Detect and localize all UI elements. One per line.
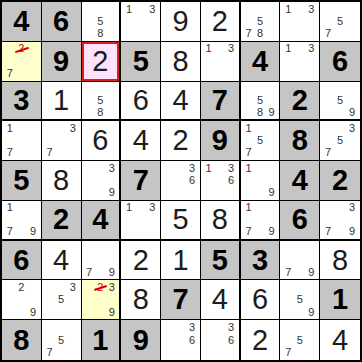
cell-r6c2[interactable]: 2 [42, 201, 82, 241]
empty-candidate-slot [135, 226, 147, 238]
empty-candidate-slot [322, 83, 334, 95]
cell-r9c9[interactable]: 4 [320, 320, 360, 360]
cell-r8c3[interactable]: 239 [82, 280, 122, 320]
cell-r3c9[interactable]: 59 [320, 82, 360, 122]
cell-r2c5[interactable]: 8 [161, 42, 201, 82]
solved-digit: 2 [172, 126, 188, 155]
empty-candidate-slot [203, 346, 214, 359]
empty-candidate-slot [334, 3, 346, 15]
empty-candidate-slot [322, 135, 334, 147]
empty-candidate-slot [123, 15, 135, 27]
cell-r2c1[interactable]: 27 [2, 42, 42, 82]
cell-r7c2[interactable]: 4 [42, 241, 82, 281]
empty-candidate-slot [243, 106, 255, 118]
empty-candidate-slot [95, 242, 106, 254]
empty-candidate-slot [346, 94, 358, 106]
empty-candidate-slot [294, 55, 306, 67]
empty-candidate-slot [16, 214, 28, 226]
empty-candidate-slot [282, 281, 294, 293]
candidate-1: 1 [243, 122, 255, 134]
cell-r8c4[interactable]: 8 [121, 280, 161, 320]
candidate-1: 1 [4, 122, 16, 134]
empty-candidate-slot [203, 334, 214, 347]
given-digit: 8 [292, 126, 308, 155]
empty-candidate-slot [4, 281, 16, 293]
empty-candidate-slot [135, 3, 147, 15]
cell-r4c3[interactable]: 6 [82, 121, 122, 161]
empty-candidate-slot [294, 28, 306, 40]
empty-candidate-slot [203, 67, 214, 79]
given-digit: 2 [332, 166, 348, 195]
cell-r7c6[interactable]: 5 [201, 241, 241, 281]
empty-candidate-slot [203, 187, 214, 199]
cell-r9c7[interactable]: 2 [241, 320, 281, 360]
candidate-5: 5 [254, 15, 266, 27]
empty-candidate-slot [294, 266, 306, 278]
empty-candidate-slot [4, 306, 16, 318]
cell-r4c4[interactable]: 4 [121, 121, 161, 161]
cell-r7c4[interactable]: 2 [121, 241, 161, 281]
empty-candidate-slot [266, 15, 278, 27]
given-digit: 2 [292, 86, 308, 115]
candidate-7: 7 [322, 28, 334, 40]
cell-r9c8[interactable]: 57 [280, 320, 320, 360]
candidate-1: 1 [282, 43, 294, 55]
cell-r3c2[interactable]: 1 [42, 82, 82, 122]
empty-candidate-slot [55, 346, 67, 359]
cell-r7c5[interactable]: 1 [161, 241, 201, 281]
empty-candidate-slot [27, 281, 39, 293]
cell-r6c4[interactable]: 13 [121, 201, 161, 241]
empty-candidate-slot [84, 94, 95, 106]
cell-r3c7[interactable]: 589 [241, 82, 281, 122]
empty-candidate-slot [334, 214, 346, 226]
empty-candidate-slot [294, 3, 306, 15]
empty-candidate-slot [322, 94, 334, 106]
empty-candidate-slot [282, 254, 294, 266]
candidate-3: 3 [67, 281, 79, 293]
empty-candidate-slot [306, 254, 318, 266]
candidate-3: 3 [306, 43, 318, 55]
given-digit: 7 [212, 86, 228, 115]
candidate-5: 5 [95, 94, 106, 106]
empty-candidate-slot [306, 15, 318, 27]
cell-r7c3[interactable]: 79 [82, 241, 122, 281]
empty-candidate-slot [4, 135, 16, 147]
empty-candidate-slot [27, 147, 39, 159]
empty-candidate-slot [95, 187, 106, 199]
empty-candidate-slot [334, 202, 346, 214]
candidate-6: 6 [186, 174, 198, 186]
empty-candidate-slot [67, 334, 79, 347]
empty-candidate-slot [4, 214, 16, 226]
empty-candidate-slot [16, 306, 28, 318]
empty-candidate-slot [44, 321, 56, 334]
cell-r3c1[interactable]: 3 [2, 82, 42, 122]
empty-candidate-slot [282, 306, 294, 318]
empty-candidate-slot [214, 334, 225, 347]
candidate-9: 9 [106, 266, 117, 278]
empty-candidate-slot [4, 43, 16, 55]
candidate-7: 7 [4, 147, 16, 159]
cell-r5c5[interactable]: 36 [161, 161, 201, 201]
candidate-7: 7 [243, 28, 255, 40]
cell-r1c1[interactable]: 4 [2, 2, 42, 42]
empty-candidate-slot [67, 294, 79, 306]
empty-candidate-slot [106, 242, 117, 254]
candidate-9: 9 [266, 226, 278, 238]
candidate-5: 5 [254, 94, 266, 106]
candidate-3: 3 [186, 321, 198, 334]
solved-digit: 4 [133, 126, 149, 155]
pencil-marks: 357 [320, 121, 360, 160]
cell-r2c8[interactable]: 13 [280, 42, 320, 82]
cell-r2c4[interactable]: 5 [121, 42, 161, 82]
candidate-5: 5 [294, 334, 306, 347]
empty-candidate-slot [123, 28, 135, 40]
solved-digit: 2 [252, 326, 268, 355]
given-digit: 3 [252, 246, 268, 275]
given-digit: 9 [53, 47, 69, 76]
empty-candidate-slot [214, 67, 225, 79]
empty-candidate-slot [266, 135, 278, 147]
empty-candidate-slot [282, 67, 294, 79]
candidate-5: 5 [334, 15, 346, 27]
candidate-3: 3 [106, 281, 117, 293]
empty-candidate-slot [254, 214, 266, 226]
empty-candidate-slot [334, 28, 346, 40]
empty-candidate-slot [84, 294, 95, 306]
cell-r5c9[interactable]: 2 [320, 161, 360, 201]
empty-candidate-slot [67, 135, 79, 147]
candidate-9: 9 [106, 187, 117, 199]
empty-candidate-slot [175, 174, 187, 186]
solved-digit: 6 [92, 126, 108, 155]
cell-r8c9[interactable]: 1 [320, 280, 360, 320]
solved-digit: 2 [92, 47, 108, 76]
solved-digit: 2 [212, 7, 228, 36]
cell-r8c8[interactable]: 59 [280, 280, 320, 320]
empty-candidate-slot [254, 202, 266, 214]
empty-candidate-slot [106, 106, 117, 118]
candidate-8: 8 [254, 28, 266, 40]
candidate-9: 9 [306, 266, 318, 278]
cell-r2c7[interactable]: 4 [241, 42, 281, 82]
empty-candidate-slot [16, 226, 28, 238]
candidate-7: 7 [44, 346, 56, 359]
cell-r9c2[interactable]: 57 [42, 320, 82, 360]
cell-r8c6[interactable]: 4 [201, 280, 241, 320]
cell-r5c2[interactable]: 8 [42, 161, 82, 201]
candidate-5: 5 [254, 135, 266, 147]
candidate-9: 9 [106, 306, 117, 318]
candidate-1: 1 [203, 43, 214, 55]
empty-candidate-slot [163, 321, 175, 334]
cell-r9c3[interactable]: 1 [82, 320, 122, 360]
empty-candidate-slot [225, 346, 236, 359]
empty-candidate-slot [175, 187, 187, 199]
cell-r6c1[interactable]: 179 [2, 201, 42, 241]
empty-candidate-slot [306, 28, 318, 40]
pencil-marks: 59 [320, 82, 360, 120]
solved-digit: 1 [53, 86, 69, 115]
empty-candidate-slot [306, 346, 318, 359]
candidate-9: 9 [27, 226, 39, 238]
empty-candidate-slot [163, 334, 175, 347]
cell-r6c9[interactable]: 379 [320, 201, 360, 241]
empty-candidate-slot [67, 306, 79, 318]
cell-r1c3[interactable]: 58 [82, 2, 122, 42]
cell-r4c5[interactable]: 2 [161, 121, 201, 161]
empty-candidate-slot [346, 147, 358, 159]
empty-candidate-slot [123, 214, 135, 226]
given-digit: 9 [133, 326, 149, 355]
empty-candidate-slot [294, 67, 306, 79]
solved-digit: 4 [53, 246, 69, 275]
empty-candidate-slot [294, 15, 306, 27]
given-digit: 7 [172, 285, 188, 314]
empty-candidate-slot [282, 15, 294, 27]
given-digit: 6 [292, 205, 308, 234]
cell-r9c5[interactable]: 36 [161, 320, 201, 360]
empty-candidate-slot [346, 135, 358, 147]
solved-digit: 6 [133, 86, 149, 115]
empty-candidate-slot [4, 55, 16, 67]
cell-r5c8[interactable]: 4 [280, 161, 320, 201]
cell-r1c6[interactable]: 2 [201, 2, 241, 42]
cell-r1c8[interactable]: 13 [280, 2, 320, 42]
pencil-marks: 13 [201, 42, 239, 81]
candidate-3: 3 [225, 162, 236, 174]
empty-candidate-slot [163, 346, 175, 359]
empty-candidate-slot [243, 83, 255, 95]
candidate-3: 3 [306, 3, 318, 15]
cell-r4c9[interactable]: 357 [320, 121, 360, 161]
given-digit: 6 [13, 246, 29, 275]
cell-r7c1[interactable]: 6 [2, 241, 42, 281]
empty-candidate-slot [84, 281, 95, 293]
empty-candidate-slot [294, 281, 306, 293]
empty-candidate-slot [186, 346, 198, 359]
cell-r3c4[interactable]: 6 [121, 82, 161, 122]
empty-candidate-slot [282, 28, 294, 40]
solved-digit: 8 [133, 285, 149, 314]
given-digit: 5 [212, 246, 228, 275]
empty-candidate-slot [147, 214, 159, 226]
candidate-7: 7 [4, 67, 16, 79]
cell-r5c1[interactable]: 5 [2, 161, 42, 201]
empty-candidate-slot [266, 3, 278, 15]
pencil-marks: 79 [82, 241, 120, 280]
candidate-7: 7 [322, 147, 334, 159]
candidate-9: 9 [266, 106, 278, 118]
cell-r1c7[interactable]: 578 [241, 2, 281, 42]
cell-r5c6[interactable]: 136 [201, 161, 241, 201]
cell-r5c3[interactable]: 39 [82, 161, 122, 201]
candidate-7: 7 [243, 147, 255, 159]
cell-r8c7[interactable]: 6 [241, 280, 281, 320]
empty-candidate-slot [214, 55, 225, 67]
given-digit: 1 [332, 285, 348, 314]
solved-digit: 8 [172, 47, 188, 76]
cell-r1c9[interactable]: 57 [320, 2, 360, 42]
empty-candidate-slot [67, 346, 79, 359]
empty-candidate-slot [243, 3, 255, 15]
empty-candidate-slot [203, 321, 214, 334]
cell-r5c4[interactable]: 7 [121, 161, 161, 201]
empty-candidate-slot [44, 135, 56, 147]
cell-r2c6[interactable]: 13 [201, 42, 241, 82]
empty-candidate-slot [294, 242, 306, 254]
candidate-1: 1 [123, 202, 135, 214]
candidate-1: 1 [203, 162, 214, 174]
empty-candidate-slot [266, 214, 278, 226]
cell-r4c2[interactable]: 37 [42, 121, 82, 161]
empty-candidate-slot [16, 67, 28, 79]
empty-candidate-slot [214, 43, 225, 55]
pencil-marks: 27 [2, 42, 41, 81]
pencil-marks: 179 [241, 201, 280, 239]
candidate-3: 3 [225, 321, 236, 334]
cell-r6c7[interactable]: 179 [241, 201, 281, 241]
cell-r3c5[interactable]: 4 [161, 82, 201, 122]
empty-candidate-slot [95, 83, 106, 95]
pencil-marks: 36 [161, 320, 200, 360]
empty-candidate-slot [282, 242, 294, 254]
empty-candidate-slot [254, 174, 266, 186]
empty-candidate-slot [95, 254, 106, 266]
empty-candidate-slot [243, 174, 255, 186]
empty-candidate-slot [203, 174, 214, 186]
cell-r2c2[interactable]: 9 [42, 42, 82, 82]
empty-candidate-slot [203, 55, 214, 67]
pencil-marks: 35 [42, 280, 81, 319]
empty-candidate-slot [27, 43, 39, 55]
cell-r4c1[interactable]: 17 [2, 121, 42, 161]
empty-candidate-slot [186, 187, 198, 199]
candidate-1: 1 [282, 3, 294, 15]
cell-r7c8[interactable]: 79 [280, 241, 320, 281]
empty-candidate-slot [266, 202, 278, 214]
empty-candidate-slot [67, 321, 79, 334]
empty-candidate-slot [95, 3, 106, 15]
empty-candidate-slot [175, 346, 187, 359]
cell-r2c3[interactable]: 2 [82, 42, 122, 82]
empty-candidate-slot [84, 162, 95, 174]
cell-r6c3[interactable]: 4 [82, 201, 122, 241]
candidate-6: 6 [225, 174, 236, 186]
empty-candidate-slot [214, 321, 225, 334]
cell-r3c8[interactable]: 2 [280, 82, 320, 122]
candidate-5: 5 [55, 334, 67, 347]
pencil-marks: 179 [2, 201, 41, 239]
candidate-1: 1 [4, 202, 16, 214]
empty-candidate-slot [306, 294, 318, 306]
cell-r5c7[interactable]: 19 [241, 161, 281, 201]
cell-r4c6[interactable]: 9 [201, 121, 241, 161]
cell-r7c7[interactable]: 3 [241, 241, 281, 281]
empty-candidate-slot [106, 83, 117, 95]
cell-r3c6[interactable]: 7 [201, 82, 241, 122]
candidate-5: 5 [334, 135, 346, 147]
cell-r9c6[interactable]: 36 [201, 320, 241, 360]
cell-r1c2[interactable]: 6 [42, 2, 82, 42]
empty-candidate-slot [16, 202, 28, 214]
empty-candidate-slot [84, 15, 95, 27]
empty-candidate-slot [346, 28, 358, 40]
given-digit: 8 [13, 326, 29, 355]
cell-r6c8[interactable]: 6 [280, 201, 320, 241]
empty-candidate-slot [147, 226, 159, 238]
cell-r9c1[interactable]: 8 [2, 320, 42, 360]
cell-r2c9[interactable]: 6 [320, 42, 360, 82]
cell-r8c1[interactable]: 29 [2, 280, 42, 320]
cell-r1c4[interactable]: 13 [121, 2, 161, 42]
cell-r8c2[interactable]: 35 [42, 280, 82, 320]
empty-candidate-slot [214, 162, 225, 174]
empty-candidate-slot [322, 3, 334, 15]
empty-candidate-slot [346, 15, 358, 27]
cell-r1c5[interactable]: 9 [161, 2, 201, 42]
given-digit: 6 [53, 7, 69, 36]
cell-r4c7[interactable]: 157 [241, 121, 281, 161]
empty-candidate-slot [84, 174, 95, 186]
empty-candidate-slot [306, 55, 318, 67]
solved-digit: 4 [212, 285, 228, 314]
given-digit: 4 [92, 205, 108, 234]
cell-r6c6[interactable]: 8 [201, 201, 241, 241]
cell-r9c4[interactable]: 9 [121, 320, 161, 360]
empty-candidate-slot [27, 214, 39, 226]
cell-r8c5[interactable]: 7 [161, 280, 201, 320]
candidate-9: 9 [27, 306, 39, 318]
candidate-8: 8 [254, 106, 266, 118]
empty-candidate-slot [322, 122, 334, 134]
empty-candidate-slot [27, 294, 39, 306]
cell-r4c8[interactable]: 8 [280, 121, 320, 161]
empty-candidate-slot [334, 83, 346, 95]
pencil-marks: 39 [82, 161, 120, 200]
candidate-1: 1 [243, 202, 255, 214]
empty-candidate-slot [135, 28, 147, 40]
empty-candidate-slot [175, 162, 187, 174]
empty-candidate-slot [294, 254, 306, 266]
pencil-marks: 239 [82, 280, 120, 319]
empty-candidate-slot [214, 187, 225, 199]
cell-r7c9[interactable]: 8 [320, 241, 360, 281]
candidate-3: 3 [186, 162, 198, 174]
empty-candidate-slot [84, 242, 95, 254]
pencil-marks: 13 [121, 201, 160, 239]
cell-r6c5[interactable]: 5 [161, 201, 201, 241]
empty-candidate-slot [106, 94, 117, 106]
empty-candidate-slot [44, 294, 56, 306]
solved-digit: 1 [172, 246, 188, 275]
empty-candidate-slot [84, 187, 95, 199]
empty-candidate-slot [27, 55, 39, 67]
empty-candidate-slot [266, 122, 278, 134]
empty-candidate-slot [266, 174, 278, 186]
eliminated-candidate-2: 2 [16, 43, 28, 55]
solved-digit: 2 [133, 246, 149, 275]
cell-r3c3[interactable]: 58 [82, 82, 122, 122]
pencil-marks: 13 [280, 2, 319, 41]
empty-candidate-slot [243, 15, 255, 27]
pencil-marks: 57 [320, 2, 360, 41]
pencil-marks: 379 [320, 201, 360, 239]
empty-candidate-slot [225, 55, 236, 67]
empty-candidate-slot [16, 135, 28, 147]
